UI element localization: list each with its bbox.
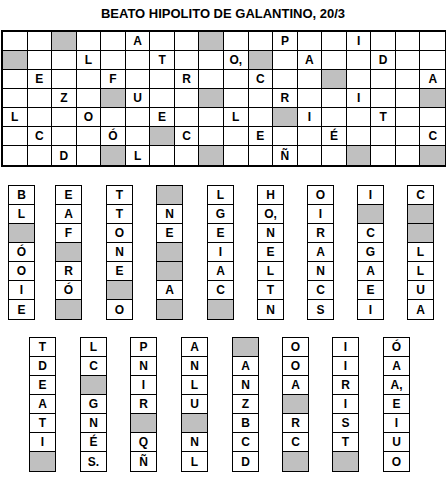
bottom-strip-1-cell-1: T — [30, 338, 55, 357]
grid-cell-r5c11 — [249, 108, 274, 127]
grid-cell-r2c15 — [347, 51, 372, 70]
grid-cell-r6c14: É — [322, 127, 347, 146]
grid-cell-r1c8 — [175, 32, 200, 51]
middle-strip-6-cell-3: N — [258, 224, 283, 243]
grid-cell-r6c6 — [126, 127, 151, 146]
grid-cell-r7c6: L — [126, 146, 151, 165]
middle-strip-2-cell-1: E — [56, 186, 81, 205]
grid-cell-r1c3-shaded — [52, 32, 77, 51]
middle-strip-2-cell-4-shaded — [56, 243, 81, 262]
grid-cell-r2c12 — [273, 51, 298, 70]
middle-strip-2-cell-5: R — [56, 262, 81, 281]
middle-strip-4-cell-3: E — [157, 224, 182, 243]
bottom-strip-1-cell-7-shaded — [30, 452, 55, 471]
bottom-strip-8-cell-5: I — [384, 414, 409, 433]
grid-cell-r7c2 — [28, 146, 53, 165]
middle-strip-9-cell-7: A — [408, 300, 433, 319]
grid-cell-r7c15-shaded — [347, 146, 372, 165]
grid-cell-r3c18: A — [420, 70, 445, 89]
middle-strip-1-cell-2: L — [9, 205, 34, 224]
grid-cell-r4c3: Z — [52, 89, 77, 108]
bottom-strip-2-cell-7: S. — [81, 452, 106, 471]
middle-strip-6: HO,NELTN — [257, 185, 284, 320]
bottom-strip-5-cell-7: D — [233, 452, 258, 471]
bottom-strip-4-cell-3: L — [182, 376, 207, 395]
grid-cell-r1c1 — [3, 32, 28, 51]
grid-cell-r3c8: R — [175, 70, 200, 89]
middle-strip-3-cell-1: T — [107, 186, 132, 205]
bottom-strip-6: OOARC — [282, 337, 309, 472]
grid-cell-r5c10: L — [224, 108, 249, 127]
grid-cell-r6c2: C — [28, 127, 53, 146]
grid-cell-r1c12: P — [273, 32, 298, 51]
grid-cell-r6c9 — [199, 127, 224, 146]
grid-cell-r5c14 — [322, 108, 347, 127]
grid-cell-r7c12: Ñ — [273, 146, 298, 165]
grid-cell-r1c15: I — [347, 32, 372, 51]
bottom-strip-4: ANLUNL — [181, 337, 208, 472]
middle-strip-1-cell-6: I — [9, 281, 34, 300]
grid-cell-r7c14 — [322, 146, 347, 165]
grid-cell-r3c16 — [371, 70, 396, 89]
grid-cell-r3c7 — [150, 70, 175, 89]
grid-cell-r1c13 — [298, 32, 323, 51]
middle-strip-3-cell-3: O — [107, 224, 132, 243]
grid-cell-r5c2 — [28, 108, 53, 127]
bottom-strip-7-cell-3: R — [333, 376, 358, 395]
grid-cell-r3c17 — [396, 70, 421, 89]
bottom-strip-7-cell-6: T — [333, 433, 358, 452]
middle-strip-7-cell-4: A — [308, 243, 333, 262]
bottom-strip-1-cell-4: A — [30, 395, 55, 414]
grid-cell-r7c11 — [249, 146, 274, 165]
grid-cell-r2c13: A — [298, 51, 323, 70]
middle-strip-4-cell-6: A — [157, 281, 182, 300]
bottom-strip-2-cell-1: L — [81, 338, 106, 357]
bottom-strip-7-cell-4: I — [333, 395, 358, 414]
grid-cell-r4c4 — [77, 89, 102, 108]
grid-cell-r7c7 — [150, 146, 175, 165]
grid-cell-r1c16 — [371, 32, 396, 51]
grid-cell-r5c5 — [101, 108, 126, 127]
bottom-strip-4-cell-2: N — [182, 357, 207, 376]
grid-cell-r6c15 — [347, 127, 372, 146]
bottom-strip-6-cell-6: C — [283, 433, 308, 452]
grid-cell-r5c3 — [52, 108, 77, 127]
grid-cell-r4c9-shaded — [199, 89, 224, 108]
grid-cell-r4c15: I — [347, 89, 372, 108]
bottom-strip-8-cell-3: A, — [384, 376, 409, 395]
bottom-strip-3-cell-5-shaded — [131, 414, 156, 433]
middle-strip-8-cell-4: G — [358, 243, 383, 262]
bottom-strip-1-cell-6: I — [30, 433, 55, 452]
middle-strip-8-cell-2-shaded — [358, 205, 383, 224]
bottom-strip-2-cell-5: N — [81, 414, 106, 433]
middle-strip-9-cell-3-shaded — [408, 224, 433, 243]
puzzle-page: BEATO HIPOLITO DE GALANTINO, 20/3 APILTO… — [0, 0, 446, 484]
grid-cell-r1c6: A — [126, 32, 151, 51]
grid-cell-r3c12 — [273, 70, 298, 89]
grid-cell-r7c3: D — [52, 146, 77, 165]
bottom-strip-1-cell-2: D — [30, 357, 55, 376]
bottom-strip-4-cell-4: U — [182, 395, 207, 414]
bottom-strip-3-cell-2: N — [131, 357, 156, 376]
grid-cell-r1c17 — [396, 32, 421, 51]
middle-strip-7-cell-2: I — [308, 205, 333, 224]
middle-strip-2-cell-7-shaded — [56, 300, 81, 319]
grid-cell-r3c2: E — [28, 70, 53, 89]
bottom-strip-8-cell-1: Ó — [384, 338, 409, 357]
middle-strip-9-cell-5: L — [408, 262, 433, 281]
grid-cell-r6c12 — [273, 127, 298, 146]
middle-strip-1-cell-3-shaded — [9, 224, 34, 243]
bottom-strip-3: PNIRQÑ — [130, 337, 157, 472]
middle-strip-6-cell-7: N — [258, 300, 283, 319]
middle-strip-1-cell-5: O — [9, 262, 34, 281]
grid-cell-r4c14 — [322, 89, 347, 108]
grid-cell-r1c10 — [224, 32, 249, 51]
middle-strip-4: NEA — [156, 185, 183, 320]
grid-cell-r4c12: R — [273, 89, 298, 108]
grid-cell-r5c8 — [175, 108, 200, 127]
grid-cell-r5c9 — [199, 108, 224, 127]
grid-cell-r2c14 — [322, 51, 347, 70]
bottom-strip-4-cell-7: L — [182, 452, 207, 471]
grid-cell-r2c4: L — [77, 51, 102, 70]
middle-strip-2-cell-2: A — [56, 205, 81, 224]
bottom-strip-5-cell-4: Z — [233, 395, 258, 414]
grid-cell-r1c11 — [249, 32, 274, 51]
bottom-strip-5-cell-5: B — [233, 414, 258, 433]
grid-cell-r7c10 — [224, 146, 249, 165]
middle-strip-3: TTONEO — [106, 185, 133, 320]
grid-cell-r3c3 — [52, 70, 77, 89]
grid-cell-r7c17 — [396, 146, 421, 165]
middle-strip-6-cell-1: H — [258, 186, 283, 205]
grid-cell-r6c16 — [371, 127, 396, 146]
grid-cell-r7c13 — [298, 146, 323, 165]
middle-strip-6-cell-6: T — [258, 281, 283, 300]
grid-cell-r1c9-shaded — [199, 32, 224, 51]
grid-cell-r1c2 — [28, 32, 53, 51]
middle-strip-9-cell-4: L — [408, 243, 433, 262]
bottom-strip-3-cell-4: R — [131, 395, 156, 414]
bottom-strip-2-cell-3-shaded — [81, 376, 106, 395]
middle-strip-2: EAFRÓ — [55, 185, 82, 320]
middle-strip-7-cell-1: O — [308, 186, 333, 205]
middle-strip-4-cell-7-shaded — [157, 300, 182, 319]
grid-cell-r2c17 — [396, 51, 421, 70]
grid-cell-r5c12-shaded — [273, 108, 298, 127]
bottom-strip-8-cell-2: A — [384, 357, 409, 376]
bottom-strip-5-cell-6: C — [233, 433, 258, 452]
grid-cell-r1c5 — [101, 32, 126, 51]
grid-cell-r5c18 — [420, 108, 445, 127]
bottom-strip-2-cell-2: C — [81, 357, 106, 376]
grid-cell-r1c18 — [420, 32, 445, 51]
grid-cell-r4c6: U — [126, 89, 151, 108]
grid-cell-r3c11: C — [249, 70, 274, 89]
bottom-strip-2-cell-4: G — [81, 395, 106, 414]
middle-strip-1-cell-7: E — [9, 300, 34, 319]
grid-cell-r2c6 — [126, 51, 151, 70]
bottom-strip-7: IIRIST — [332, 337, 359, 472]
middle-strip-8: ICGAEI — [357, 185, 384, 320]
bottom-strip-5-cell-2: A — [233, 357, 258, 376]
grid-cell-r6c17 — [396, 127, 421, 146]
bottom-strip-6-cell-7-shaded — [283, 452, 308, 471]
bottom-strip-3-cell-3: I — [131, 376, 156, 395]
middle-strip-8-cell-6: E — [358, 281, 383, 300]
bottom-strip-3-cell-7: Ñ — [131, 452, 156, 471]
grid-cell-r4c5-shaded — [101, 89, 126, 108]
bottom-strip-5-cell-1-shaded — [233, 338, 258, 357]
grid-cell-r7c8 — [175, 146, 200, 165]
grid-cell-r6c11: E — [249, 127, 274, 146]
middle-strip-6-cell-2: O, — [258, 205, 283, 224]
bottom-strip-5: ANZBCD — [232, 337, 259, 472]
middle-strip-5: LGEIAC — [207, 185, 234, 320]
bottom-strip-3-cell-6: Q — [131, 433, 156, 452]
grid-cell-r2c10: O, — [224, 51, 249, 70]
middle-strip-5-cell-6: C — [208, 281, 233, 300]
grid-cell-r3c10 — [224, 70, 249, 89]
grid-cell-r3c1 — [3, 70, 28, 89]
grid-cell-r2c16: D — [371, 51, 396, 70]
grid-cell-r1c4 — [77, 32, 102, 51]
middle-strip-1-cell-1: B — [9, 186, 34, 205]
middle-strip-5-cell-7-shaded — [208, 300, 233, 319]
grid-cell-r4c8 — [175, 89, 200, 108]
middle-strip-7-cell-7: S — [308, 300, 333, 319]
bottom-strip-6-cell-3: A — [283, 376, 308, 395]
bottom-strip-6-cell-5: R — [283, 414, 308, 433]
bottom-strip-6-cell-2: O — [283, 357, 308, 376]
grid-cell-r4c18-shaded — [420, 89, 445, 108]
grid-cell-r3c5: F — [101, 70, 126, 89]
middle-strip-9-cell-6: U — [408, 281, 433, 300]
grid-cell-r2c2 — [28, 51, 53, 70]
grid-cell-r5c1: L — [3, 108, 28, 127]
middle-strip-8-cell-3: C — [358, 224, 383, 243]
grid-cell-r2c9 — [199, 51, 224, 70]
middle-strip-6-cell-4: E — [258, 243, 283, 262]
middle-strip-5-cell-4: I — [208, 243, 233, 262]
main-grid: APILTO,ADEFRCAZURILOELITCÓCEÉCDLÑ — [1, 30, 446, 167]
grid-cell-r7c1 — [3, 146, 28, 165]
grid-cell-r4c2 — [28, 89, 53, 108]
middle-strip-8-cell-7: I — [358, 300, 383, 319]
middle-strip-8-cell-5: A — [358, 262, 383, 281]
middle-strip-6-cell-5: L — [258, 262, 283, 281]
grid-cell-r6c8: C — [175, 127, 200, 146]
grid-cell-r2c7: T — [150, 51, 175, 70]
middle-strip-1-cell-4: Ó — [9, 243, 34, 262]
middle-strip-4-cell-1-shaded — [157, 186, 182, 205]
bottom-strip-7-cell-5: S — [333, 414, 358, 433]
bottom-strip-4-cell-5-shaded — [182, 414, 207, 433]
bottom-strip-1: TDEATI — [29, 337, 56, 472]
bottom-strip-4-cell-1: A — [182, 338, 207, 357]
bottom-strip-8-cell-7: O — [384, 452, 409, 471]
grid-cell-r2c5 — [101, 51, 126, 70]
grid-cell-r6c7-shaded — [150, 127, 175, 146]
middle-strip-1: BLÓOIE — [8, 185, 35, 320]
grid-cell-r3c13 — [298, 70, 323, 89]
grid-cell-r1c14 — [322, 32, 347, 51]
bottom-strip-8-cell-6: U — [384, 433, 409, 452]
grid-cell-r4c17 — [396, 89, 421, 108]
grid-cell-r5c13: I — [298, 108, 323, 127]
grid-cell-r4c11 — [249, 89, 274, 108]
middle-strip-7: OIRANCS — [307, 185, 334, 320]
grid-cell-r2c3 — [52, 51, 77, 70]
grid-cell-r6c1 — [3, 127, 28, 146]
grid-cell-r6c18: C — [420, 127, 445, 146]
grid-cell-r4c13 — [298, 89, 323, 108]
puzzle-title: BEATO HIPOLITO DE GALANTINO, 20/3 — [0, 6, 446, 21]
middle-strip-2-cell-6: Ó — [56, 281, 81, 300]
middle-strip-7-cell-6: C — [308, 281, 333, 300]
grid-cell-r2c8 — [175, 51, 200, 70]
grid-cell-r3c6 — [126, 70, 151, 89]
grid-cell-r2c18 — [420, 51, 445, 70]
grid-cell-r5c17 — [396, 108, 421, 127]
bottom-strip-8-cell-4: E — [384, 395, 409, 414]
middle-strip-4-cell-2: N — [157, 205, 182, 224]
bottom-strip-6-cell-1: O — [283, 338, 308, 357]
grid-cell-r3c9 — [199, 70, 224, 89]
middle-strip-9-cell-2-shaded — [408, 205, 433, 224]
grid-cell-r4c10 — [224, 89, 249, 108]
middle-strip-2-cell-3: F — [56, 224, 81, 243]
middle-strip-3-cell-2: T — [107, 205, 132, 224]
bottom-strip-7-cell-7-shaded — [333, 452, 358, 471]
bottom-strip-1-cell-3: E — [30, 376, 55, 395]
grid-cell-r7c5-shaded — [101, 146, 126, 165]
middle-strip-3-cell-6-shaded — [107, 281, 132, 300]
middle-strip-5-cell-3: E — [208, 224, 233, 243]
middle-strip-4-cell-5-shaded — [157, 262, 182, 281]
bottom-strip-5-cell-3: N — [233, 376, 258, 395]
grid-cell-r6c3 — [52, 127, 77, 146]
grid-cell-r5c4: O — [77, 108, 102, 127]
middle-strip-3-cell-4: N — [107, 243, 132, 262]
middle-strip-5-cell-1: L — [208, 186, 233, 205]
bottom-strip-6-cell-4-shaded — [283, 395, 308, 414]
grid-cell-r2c11-shaded — [249, 51, 274, 70]
bottom-strip-7-cell-1: I — [333, 338, 358, 357]
grid-cell-r5c6 — [126, 108, 151, 127]
bottom-strip-8: ÓAA,EIUO — [383, 337, 410, 472]
grid-cell-r7c4 — [77, 146, 102, 165]
grid-cell-r3c15 — [347, 70, 372, 89]
grid-cell-r4c16 — [371, 89, 396, 108]
grid-cell-r6c13 — [298, 127, 323, 146]
middle-strip-7-cell-5: N — [308, 262, 333, 281]
grid-cell-r5c7: E — [150, 108, 175, 127]
bottom-strip-2-cell-6: É — [81, 433, 106, 452]
bottom-strip-1-cell-5: T — [30, 414, 55, 433]
middle-strip-5-cell-2: G — [208, 205, 233, 224]
bottom-strip-3-cell-1: P — [131, 338, 156, 357]
grid-cell-r7c9-shaded — [199, 146, 224, 165]
grid-cell-r6c10 — [224, 127, 249, 146]
grid-cell-r5c15 — [347, 108, 372, 127]
grid-cell-r2c1-shaded — [3, 51, 28, 70]
middle-strip-3-cell-5: E — [107, 262, 132, 281]
middle-strip-8-cell-1: I — [358, 186, 383, 205]
middle-strip-4-cell-4-shaded — [157, 243, 182, 262]
grid-cell-r6c5: Ó — [101, 127, 126, 146]
grid-cell-r4c7 — [150, 89, 175, 108]
middle-strip-9-cell-1: C — [408, 186, 433, 205]
grid-cell-r6c4 — [77, 127, 102, 146]
middle-strip-3-cell-7: O — [107, 300, 132, 319]
grid-cell-r1c7 — [150, 32, 175, 51]
grid-cell-r7c18-shaded — [420, 146, 445, 165]
grid-cell-r3c4 — [77, 70, 102, 89]
middle-strip-7-cell-3: R — [308, 224, 333, 243]
middle-strip-9: CLLUA — [407, 185, 434, 320]
grid-cell-r4c1 — [3, 89, 28, 108]
bottom-strip-7-cell-2: I — [333, 357, 358, 376]
middle-strip-5-cell-5: A — [208, 262, 233, 281]
bottom-strip-2: LCGNÉS. — [80, 337, 107, 472]
bottom-strip-4-cell-6: N — [182, 433, 207, 452]
grid-cell-r3c14-shaded — [322, 70, 347, 89]
grid-cell-r5c16: T — [371, 108, 396, 127]
grid-cell-r7c16 — [371, 146, 396, 165]
